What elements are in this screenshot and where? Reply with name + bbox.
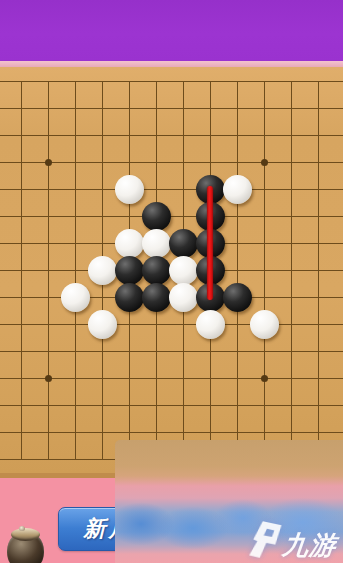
win-line — [207, 186, 213, 300]
stone-white — [250, 310, 279, 339]
stone-white — [61, 283, 90, 312]
stone-black — [142, 256, 171, 285]
stone-white — [115, 229, 144, 258]
jiuyou-logo-icon — [248, 521, 282, 558]
stone-jar-knob — [19, 526, 25, 531]
stone-black — [115, 283, 144, 312]
stones-grid — [0, 68, 343, 473]
frosted-blur-overlay: 九游 — [115, 440, 343, 563]
stone-white — [169, 256, 198, 285]
stone-black — [142, 202, 171, 231]
stone-white — [88, 310, 117, 339]
stone-black — [223, 283, 252, 312]
stone-black — [142, 283, 171, 312]
jiuyou-logo-text: 九游 — [281, 532, 338, 558]
jiuyou-logo: 九游 — [248, 521, 339, 558]
gomoku-board[interactable] — [0, 67, 343, 478]
stone-white — [115, 175, 144, 204]
stone-black — [115, 256, 144, 285]
stone-jar-lid — [11, 528, 40, 541]
stone-white — [169, 283, 198, 312]
stone-white — [142, 229, 171, 258]
stone-white — [88, 256, 117, 285]
stone-white — [223, 175, 252, 204]
stone-black — [169, 229, 198, 258]
header-bar — [0, 0, 343, 61]
stone-jar-icon — [7, 531, 44, 563]
gomoku-app-screen: 新局 九游 — [0, 0, 343, 563]
stone-white — [196, 310, 225, 339]
